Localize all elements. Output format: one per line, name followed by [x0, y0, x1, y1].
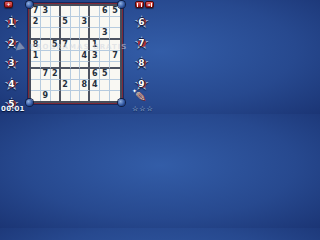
cell-r5c9[interactable]: 7 — [110, 51, 120, 62]
number-label: 4 — [2, 78, 21, 88]
number-label: 3 — [2, 57, 21, 67]
timer-display: 00:01 — [1, 105, 25, 113]
number-label: 6 — [132, 16, 151, 26]
corner-knob-icon — [26, 99, 33, 106]
cell-r3c9[interactable] — [110, 28, 120, 40]
corner-knob-icon — [118, 99, 125, 106]
cell-r2c4[interactable]: 5 — [61, 17, 71, 28]
cell-r8c8[interactable] — [100, 80, 110, 91]
cell-r2c9[interactable] — [110, 17, 120, 28]
cell-r6c6[interactable] — [80, 62, 90, 69]
cell-r3c5[interactable] — [71, 28, 81, 40]
cell-r3c3[interactable] — [51, 28, 61, 40]
cell-r1c2[interactable]: 3 — [41, 6, 51, 17]
cell-r9c6[interactable] — [80, 91, 90, 101]
cell-r5c5[interactable] — [71, 51, 81, 62]
cell-r6c3[interactable] — [51, 62, 61, 69]
cell-r9c5[interactable] — [71, 91, 81, 101]
cell-r4c5[interactable] — [71, 40, 81, 51]
number-button-2[interactable]: ★ ★ 2 — [2, 33, 21, 52]
cell-r4c4[interactable]: 7 — [61, 40, 71, 51]
cell-r8c1[interactable] — [31, 80, 41, 91]
cell-r7c3[interactable]: 2 — [51, 69, 61, 80]
number-label: 8 — [132, 57, 151, 67]
corner-knob-icon — [26, 1, 33, 8]
cell-r1c8[interactable]: 6 — [100, 6, 110, 17]
cell-r5c2[interactable] — [41, 51, 51, 62]
cell-r4c6[interactable] — [80, 40, 90, 51]
cell-r6c1[interactable] — [31, 62, 41, 69]
number-button-6[interactable]: ★ ★ 6 — [132, 12, 151, 31]
cell-r8c2[interactable] — [41, 80, 51, 91]
cell-r5c4[interactable] — [61, 51, 71, 62]
cell-r6c7[interactable] — [90, 62, 100, 69]
cell-r3c1[interactable] — [31, 28, 41, 40]
number-button-7[interactable]: ★ ★ 7 — [132, 33, 151, 52]
cell-r4c7[interactable]: 1 — [90, 40, 100, 51]
cell-r8c7[interactable]: 4 — [90, 80, 100, 91]
cell-r9c4[interactable] — [61, 91, 71, 101]
number-button-3[interactable]: ★ ★ 3 — [2, 53, 21, 72]
cell-r5c6[interactable]: 4 — [80, 51, 90, 62]
cell-r9c8[interactable] — [100, 91, 110, 101]
corner-knob-icon — [118, 1, 125, 8]
number-label: 7 — [132, 37, 151, 47]
sudoku-board: 736525338571143772652849 — [29, 4, 122, 103]
cell-r3c4[interactable] — [61, 28, 71, 40]
cell-r3c6[interactable] — [80, 28, 90, 40]
number-button-8[interactable]: ★ ★ 8 — [132, 53, 151, 72]
cell-r6c5[interactable] — [71, 62, 81, 69]
cell-r7c6[interactable] — [80, 69, 90, 80]
cell-r8c9[interactable] — [110, 80, 120, 91]
sound-button[interactable]: ◄ — [145, 1, 154, 8]
cell-r5c8[interactable] — [100, 51, 110, 62]
cell-r8c6[interactable]: 8 — [80, 80, 90, 91]
cell-r2c2[interactable] — [41, 17, 51, 28]
cell-r9c3[interactable] — [51, 91, 61, 101]
cell-r1c7[interactable] — [90, 6, 100, 17]
pause-button[interactable] — [135, 1, 144, 8]
rewind-icon: ◄ — [147, 2, 150, 7]
cell-r7c7[interactable]: 6 — [90, 69, 100, 80]
plus-icon: + — [6, 2, 10, 7]
cell-r1c6[interactable] — [80, 6, 90, 17]
cell-r9c2[interactable]: 9 — [41, 91, 51, 101]
cell-r2c1[interactable]: 2 — [31, 17, 41, 28]
cell-r7c9[interactable] — [110, 69, 120, 80]
cell-r1c5[interactable] — [71, 6, 81, 17]
number-button-4[interactable]: ★ ★ 4 — [2, 74, 21, 93]
cell-r7c2[interactable]: 7 — [41, 69, 51, 80]
sudoku-game-window: + ◄ ★ ★ 1 ★ ★ 2 ★ ★ 3 ★ ★ 4 ★ ★ 5 ★ ★ — [0, 0, 154, 114]
cell-r7c1[interactable] — [31, 69, 41, 80]
sudoku-grid: 736525338571143772652849 — [31, 6, 120, 101]
number-label: 1 — [2, 16, 21, 26]
cell-r1c9[interactable]: 5 — [110, 6, 120, 17]
cell-r5c3[interactable] — [51, 51, 61, 62]
cell-r1c3[interactable] — [51, 6, 61, 17]
cell-r6c8[interactable] — [100, 62, 110, 69]
cell-r9c1[interactable] — [31, 91, 41, 101]
cell-r9c7[interactable] — [90, 91, 100, 101]
pencil-tool-button[interactable]: ✦ ✎ — [133, 89, 152, 106]
cell-r4c1[interactable]: 8 — [31, 40, 41, 51]
cell-r7c8[interactable]: 5 — [100, 69, 110, 80]
cell-r7c5[interactable] — [71, 69, 81, 80]
cell-r5c7[interactable]: 3 — [90, 51, 100, 62]
cell-r3c2[interactable] — [41, 28, 51, 40]
cell-r2c6[interactable]: 3 — [80, 17, 90, 28]
cell-r7c4[interactable] — [61, 69, 71, 80]
cell-r2c7[interactable] — [90, 17, 100, 28]
rating-stars: ☆☆☆ — [132, 105, 154, 113]
cell-r2c3[interactable] — [51, 17, 61, 28]
cell-r5c1[interactable]: 1 — [31, 51, 41, 62]
cell-r4c8[interactable] — [100, 40, 110, 51]
hint-button[interactable]: + — [4, 1, 13, 8]
cell-r2c5[interactable] — [71, 17, 81, 28]
cell-r3c8[interactable]: 3 — [100, 28, 110, 40]
cell-r8c4[interactable]: 2 — [61, 80, 71, 91]
cell-r2c8[interactable] — [100, 17, 110, 28]
cell-r6c9[interactable] — [110, 62, 120, 69]
cell-r8c3[interactable] — [51, 80, 61, 91]
cell-r6c4[interactable] — [61, 62, 71, 69]
number-button-1[interactable]: ★ ★ 1 — [2, 12, 21, 31]
pencil-icon: ✎ — [135, 89, 146, 104]
cell-r6c2[interactable] — [41, 62, 51, 69]
pause-icon — [137, 3, 142, 7]
cell-r4c9[interactable] — [110, 40, 120, 51]
cell-r4c3[interactable]: 5 — [51, 40, 61, 51]
cell-r1c1[interactable]: 7 — [31, 6, 41, 17]
number-label: 2 — [2, 37, 21, 47]
cell-r4c2[interactable] — [41, 40, 51, 51]
cell-r3c7[interactable] — [90, 28, 100, 40]
cell-r8c5[interactable] — [71, 80, 81, 91]
rewind-bar-icon — [151, 3, 152, 7]
cell-r1c4[interactable] — [61, 6, 71, 17]
